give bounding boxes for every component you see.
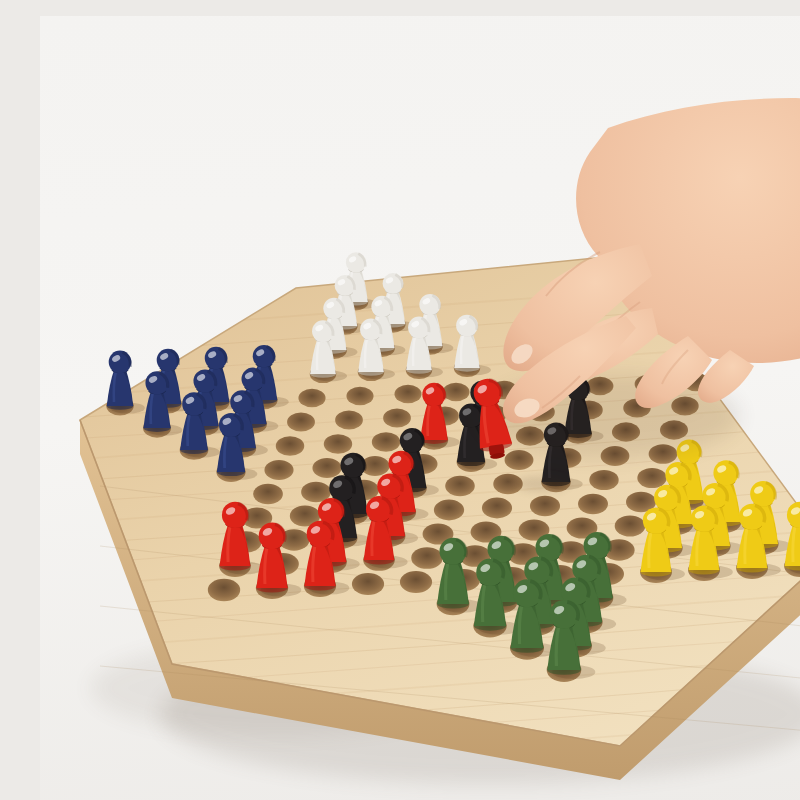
- hole[interactable]: [383, 408, 411, 427]
- hole[interactable]: [352, 573, 384, 595]
- hole[interactable]: [637, 468, 666, 488]
- hole[interactable]: [312, 458, 341, 478]
- hole[interactable]: [615, 515, 646, 536]
- hole[interactable]: [530, 496, 560, 517]
- hole[interactable]: [264, 460, 293, 480]
- hole[interactable]: [482, 498, 512, 519]
- hole[interactable]: [411, 547, 443, 569]
- hole[interactable]: [434, 500, 464, 521]
- hole[interactable]: [253, 484, 283, 504]
- hole[interactable]: [578, 494, 608, 515]
- hole[interactable]: [276, 436, 304, 456]
- board-scene: [40, 16, 800, 800]
- hole[interactable]: [372, 432, 400, 452]
- hole[interactable]: [298, 389, 325, 408]
- hole[interactable]: [335, 410, 363, 429]
- hole[interactable]: [324, 434, 352, 454]
- hole[interactable]: [287, 412, 315, 431]
- hole[interactable]: [400, 571, 432, 593]
- peg-blue[interactable]: [107, 351, 145, 414]
- hole[interactable]: [445, 476, 475, 496]
- hole[interactable]: [346, 387, 373, 406]
- hole[interactable]: [442, 383, 469, 402]
- hole[interactable]: [394, 385, 421, 404]
- hole[interactable]: [589, 470, 618, 490]
- hole[interactable]: [505, 450, 534, 470]
- hole[interactable]: [208, 579, 240, 601]
- chinese-checkers-photo: Wooden hexagonal Chinese Checkers board …: [40, 16, 800, 800]
